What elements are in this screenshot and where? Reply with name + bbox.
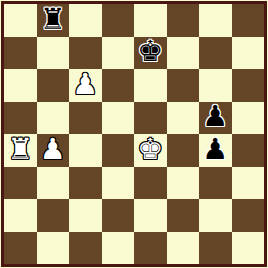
white-pawn-piece[interactable]: ♟	[72, 70, 98, 99]
square-d5[interactable]	[102, 102, 135, 135]
square-e7[interactable]: ♚	[134, 37, 167, 70]
board-border: ♜♚♟♟♜♟♚♟	[1, 1, 267, 267]
square-h7[interactable]	[232, 37, 265, 70]
square-a5[interactable]	[4, 102, 37, 135]
white-rook-piece[interactable]: ♜	[7, 135, 33, 164]
square-c3[interactable]	[69, 167, 102, 200]
square-e8[interactable]	[134, 4, 167, 37]
white-pawn-piece[interactable]: ♟	[40, 135, 66, 164]
square-c1[interactable]	[69, 232, 102, 265]
square-e6[interactable]	[134, 69, 167, 102]
square-g5[interactable]: ♟	[199, 102, 232, 135]
square-c5[interactable]	[69, 102, 102, 135]
square-a8[interactable]	[4, 4, 37, 37]
square-g7[interactable]	[199, 37, 232, 70]
square-g3[interactable]	[199, 167, 232, 200]
chess-board: ♜♚♟♟♜♟♚♟	[4, 4, 264, 264]
black-pawn-piece[interactable]: ♟	[202, 102, 228, 131]
square-d3[interactable]	[102, 167, 135, 200]
square-e3[interactable]	[134, 167, 167, 200]
square-b1[interactable]	[37, 232, 70, 265]
square-c2[interactable]	[69, 199, 102, 232]
square-e1[interactable]	[134, 232, 167, 265]
square-c6[interactable]: ♟	[69, 69, 102, 102]
square-b7[interactable]	[37, 37, 70, 70]
square-d2[interactable]	[102, 199, 135, 232]
square-f5[interactable]	[167, 102, 200, 135]
square-g4[interactable]: ♟	[199, 134, 232, 167]
square-a7[interactable]	[4, 37, 37, 70]
square-b2[interactable]	[37, 199, 70, 232]
square-a3[interactable]	[4, 167, 37, 200]
square-f2[interactable]	[167, 199, 200, 232]
square-f1[interactable]	[167, 232, 200, 265]
square-d6[interactable]	[102, 69, 135, 102]
square-g2[interactable]	[199, 199, 232, 232]
square-b5[interactable]	[37, 102, 70, 135]
square-b8[interactable]: ♜	[37, 4, 70, 37]
square-g6[interactable]	[199, 69, 232, 102]
square-h4[interactable]	[232, 134, 265, 167]
square-c4[interactable]	[69, 134, 102, 167]
black-pawn-piece[interactable]: ♟	[202, 135, 228, 164]
black-king-piece[interactable]: ♚	[137, 37, 163, 66]
square-a6[interactable]	[4, 69, 37, 102]
square-g1[interactable]	[199, 232, 232, 265]
square-a1[interactable]	[4, 232, 37, 265]
square-e4[interactable]: ♚	[134, 134, 167, 167]
square-h3[interactable]	[232, 167, 265, 200]
square-b3[interactable]	[37, 167, 70, 200]
square-b4[interactable]: ♟	[37, 134, 70, 167]
square-b6[interactable]	[37, 69, 70, 102]
square-f3[interactable]	[167, 167, 200, 200]
square-d4[interactable]	[102, 134, 135, 167]
square-g8[interactable]	[199, 4, 232, 37]
square-d7[interactable]	[102, 37, 135, 70]
square-c8[interactable]	[69, 4, 102, 37]
square-c7[interactable]	[69, 37, 102, 70]
chess-board-frame: ♜♚♟♟♜♟♚♟	[0, 0, 268, 268]
square-h1[interactable]	[232, 232, 265, 265]
white-king-piece[interactable]: ♚	[137, 135, 163, 164]
square-d8[interactable]	[102, 4, 135, 37]
square-h2[interactable]	[232, 199, 265, 232]
square-a4[interactable]: ♜	[4, 134, 37, 167]
square-e5[interactable]	[134, 102, 167, 135]
square-f7[interactable]	[167, 37, 200, 70]
square-d1[interactable]	[102, 232, 135, 265]
square-f4[interactable]	[167, 134, 200, 167]
black-rook-piece[interactable]: ♜	[40, 5, 66, 34]
square-h5[interactable]	[232, 102, 265, 135]
square-f6[interactable]	[167, 69, 200, 102]
square-h8[interactable]	[232, 4, 265, 37]
square-f8[interactable]	[167, 4, 200, 37]
square-a2[interactable]	[4, 199, 37, 232]
square-e2[interactable]	[134, 199, 167, 232]
square-h6[interactable]	[232, 69, 265, 102]
